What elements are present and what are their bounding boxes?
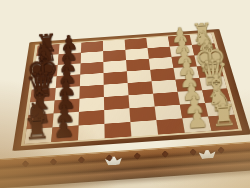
square-a8: ♜: [25, 127, 53, 144]
square-e5: [104, 71, 128, 84]
white-pawn: ♟: [185, 107, 209, 133]
square-d6: [79, 85, 104, 99]
square-e3: [150, 68, 175, 81]
square-d4: [128, 81, 153, 95]
square-d5: [104, 83, 129, 97]
metal-latch-right-icon: [199, 149, 217, 159]
square-a7: ♟: [51, 126, 78, 142]
rail-mark-icon: [50, 158, 57, 165]
black-pawn: ♟: [52, 116, 76, 142]
square-a4: [130, 120, 158, 136]
square-a1: ♜: [208, 115, 238, 131]
square-a3: [156, 118, 184, 134]
rail-mark-icon: [190, 149, 197, 156]
rail-mark-icon: [78, 156, 85, 163]
square-a6: [78, 124, 105, 140]
square-c5: [104, 95, 129, 110]
square-c4: [129, 94, 155, 109]
square-e6: [80, 73, 104, 86]
chess-set-photo: ♜♟♟♜♞♟♟♞♝♟♟♝♚♟♟♚♛♟♟♛♝♟♟♝♞♟♟♞♜♟♟♜: [0, 0, 250, 188]
black-rook: ♜: [23, 113, 51, 144]
board-tilt-wrapper: ♜♟♟♜♞♟♟♞♝♟♟♝♚♟♟♚♛♟♟♛♝♟♟♝♞♟♟♞♜♟♟♜: [0, 0, 250, 188]
square-d3: [152, 80, 178, 94]
square-c3: [153, 92, 180, 107]
square-e4: [127, 70, 152, 83]
rail-mark-icon: [162, 151, 169, 158]
board-squares: ♜♟♟♜♞♟♟♞♝♟♟♝♚♟♟♚♛♟♟♛♝♟♟♝♞♟♟♞♜♟♟♜: [21, 32, 242, 146]
rail-mark-icon: [218, 147, 225, 154]
square-a2: ♟: [182, 117, 211, 133]
square-a5: [104, 122, 131, 138]
white-rook: ♜: [210, 100, 238, 131]
chess-board: ♜♟♟♜♞♟♟♞♝♟♟♝♚♟♟♚♛♟♟♛♝♟♟♝♞♟♟♞♜♟♟♜: [12, 29, 250, 151]
rail-mark-icon: [134, 152, 141, 159]
rail-mark-icon: [22, 160, 29, 167]
